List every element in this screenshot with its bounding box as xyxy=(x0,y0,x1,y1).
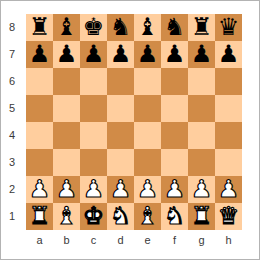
square-h2[interactable]: ♟ xyxy=(215,176,242,203)
piece-wP-d2: ♟ xyxy=(110,176,132,203)
piece-bP-d7: ♟ xyxy=(110,41,132,68)
square-g8[interactable]: ♜ xyxy=(188,14,215,41)
square-h1[interactable]: ♛ xyxy=(215,203,242,230)
piece-bB-e8: ♝ xyxy=(137,14,159,41)
square-b7[interactable]: ♟ xyxy=(53,41,80,68)
piece-bP-e7: ♟ xyxy=(137,41,159,68)
piece-wQ-h1: ♛ xyxy=(218,203,240,230)
square-a3[interactable] xyxy=(26,149,53,176)
piece-wB-b1: ♝ xyxy=(56,203,78,230)
square-c7[interactable]: ♟ xyxy=(80,41,107,68)
piece-wP-f2: ♟ xyxy=(164,176,186,203)
square-a6[interactable] xyxy=(26,68,53,95)
square-f2[interactable]: ♟ xyxy=(161,176,188,203)
square-f7[interactable]: ♟ xyxy=(161,41,188,68)
piece-bB-b8: ♝ xyxy=(56,14,78,41)
square-a2[interactable]: ♟ xyxy=(26,176,53,203)
square-d1[interactable]: ♞ xyxy=(107,203,134,230)
square-a8[interactable]: ♜ xyxy=(26,14,53,41)
rank-label-8: 8 xyxy=(1,14,23,41)
square-e2[interactable]: ♟ xyxy=(134,176,161,203)
square-c2[interactable]: ♟ xyxy=(80,176,107,203)
square-e6[interactable] xyxy=(134,68,161,95)
square-e1[interactable]: ♝ xyxy=(134,203,161,230)
piece-wB-e1: ♝ xyxy=(137,203,159,230)
file-label-f: f xyxy=(161,232,188,248)
square-c8[interactable]: ♚ xyxy=(80,14,107,41)
piece-wK-c1: ♚ xyxy=(83,203,105,230)
piece-bP-b7: ♟ xyxy=(56,41,78,68)
file-label-d: d xyxy=(107,232,134,248)
rank-label-4: 4 xyxy=(1,122,23,149)
square-a1[interactable]: ♜ xyxy=(26,203,53,230)
square-f1[interactable]: ♞ xyxy=(161,203,188,230)
rank-label-1: 1 xyxy=(1,203,23,230)
square-d3[interactable] xyxy=(107,149,134,176)
chess-diagram: 87654321 ♜♝♚♞♝♞♜♛♟♟♟♟♟♟♟♟♟♟♟♟♟♟♟♟♜♝♚♞♝♞♜… xyxy=(0,0,260,260)
square-f3[interactable] xyxy=(161,149,188,176)
square-d4[interactable] xyxy=(107,122,134,149)
square-c6[interactable] xyxy=(80,68,107,95)
piece-bK-c8: ♚ xyxy=(83,14,105,41)
file-labels: abcdefgh xyxy=(26,232,242,248)
piece-bN-f8: ♞ xyxy=(164,14,186,41)
square-a5[interactable] xyxy=(26,95,53,122)
square-g6[interactable] xyxy=(188,68,215,95)
square-c3[interactable] xyxy=(80,149,107,176)
piece-bP-f7: ♟ xyxy=(164,41,186,68)
square-h6[interactable] xyxy=(215,68,242,95)
square-b5[interactable] xyxy=(53,95,80,122)
file-label-a: a xyxy=(26,232,53,248)
square-a4[interactable] xyxy=(26,122,53,149)
piece-bP-g7: ♟ xyxy=(191,41,213,68)
rank-label-3: 3 xyxy=(1,149,23,176)
square-d2[interactable]: ♟ xyxy=(107,176,134,203)
square-e8[interactable]: ♝ xyxy=(134,14,161,41)
piece-wP-b2: ♟ xyxy=(56,176,78,203)
piece-bN-d8: ♞ xyxy=(110,14,132,41)
rank-labels: 87654321 xyxy=(1,14,23,230)
square-h4[interactable] xyxy=(215,122,242,149)
piece-bP-c7: ♟ xyxy=(83,41,105,68)
square-b8[interactable]: ♝ xyxy=(53,14,80,41)
piece-wP-e2: ♟ xyxy=(137,176,159,203)
square-b2[interactable]: ♟ xyxy=(53,176,80,203)
square-d5[interactable] xyxy=(107,95,134,122)
square-g2[interactable]: ♟ xyxy=(188,176,215,203)
square-b6[interactable] xyxy=(53,68,80,95)
square-g5[interactable] xyxy=(188,95,215,122)
square-h7[interactable]: ♟ xyxy=(215,41,242,68)
square-c1[interactable]: ♚ xyxy=(80,203,107,230)
piece-bP-h7: ♟ xyxy=(218,41,240,68)
file-label-h: h xyxy=(215,232,242,248)
piece-bR-g8: ♜ xyxy=(191,14,213,41)
piece-wP-h2: ♟ xyxy=(218,176,240,203)
rank-label-7: 7 xyxy=(1,41,23,68)
piece-wP-c2: ♟ xyxy=(83,176,105,203)
file-label-g: g xyxy=(188,232,215,248)
square-d7[interactable]: ♟ xyxy=(107,41,134,68)
square-g7[interactable]: ♟ xyxy=(188,41,215,68)
chess-board: ♜♝♚♞♝♞♜♛♟♟♟♟♟♟♟♟♟♟♟♟♟♟♟♟♜♝♚♞♝♞♜♛ xyxy=(26,14,242,230)
rank-label-2: 2 xyxy=(1,176,23,203)
square-f5[interactable] xyxy=(161,95,188,122)
piece-wN-f1: ♞ xyxy=(164,203,186,230)
square-g4[interactable] xyxy=(188,122,215,149)
piece-bQ-h8: ♛ xyxy=(218,14,240,41)
square-b4[interactable] xyxy=(53,122,80,149)
piece-wP-a2: ♟ xyxy=(29,176,51,203)
square-e3[interactable] xyxy=(134,149,161,176)
square-e4[interactable] xyxy=(134,122,161,149)
square-f8[interactable]: ♞ xyxy=(161,14,188,41)
square-e7[interactable]: ♟ xyxy=(134,41,161,68)
file-label-c: c xyxy=(80,232,107,248)
rank-label-5: 5 xyxy=(1,95,23,122)
square-h5[interactable] xyxy=(215,95,242,122)
square-d8[interactable]: ♞ xyxy=(107,14,134,41)
square-g1[interactable]: ♜ xyxy=(188,203,215,230)
piece-wR-g1: ♜ xyxy=(191,203,213,230)
piece-wP-g2: ♟ xyxy=(191,176,213,203)
file-label-e: e xyxy=(134,232,161,248)
square-c4[interactable] xyxy=(80,122,107,149)
piece-bR-a8: ♜ xyxy=(29,14,51,41)
square-d6[interactable] xyxy=(107,68,134,95)
piece-bP-a7: ♟ xyxy=(29,41,51,68)
piece-wN-d1: ♞ xyxy=(110,203,132,230)
square-f4[interactable] xyxy=(161,122,188,149)
square-c5[interactable] xyxy=(80,95,107,122)
square-h3[interactable] xyxy=(215,149,242,176)
square-h8[interactable]: ♛ xyxy=(215,14,242,41)
square-f6[interactable] xyxy=(161,68,188,95)
file-label-b: b xyxy=(53,232,80,248)
piece-wR-a1: ♜ xyxy=(29,203,51,230)
square-b3[interactable] xyxy=(53,149,80,176)
rank-label-6: 6 xyxy=(1,68,23,95)
square-g3[interactable] xyxy=(188,149,215,176)
square-b1[interactable]: ♝ xyxy=(53,203,80,230)
square-e5[interactable] xyxy=(134,95,161,122)
square-a7[interactable]: ♟ xyxy=(26,41,53,68)
